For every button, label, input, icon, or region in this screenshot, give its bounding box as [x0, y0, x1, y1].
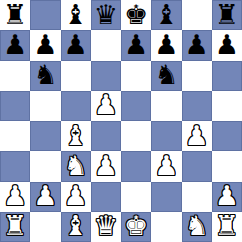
square-h3[interactable]: [212, 151, 242, 181]
square-e4[interactable]: [121, 121, 151, 151]
square-a6[interactable]: [0, 61, 30, 91]
square-f1[interactable]: [151, 212, 181, 242]
square-f4[interactable]: [151, 121, 181, 151]
square-e3[interactable]: [121, 151, 151, 181]
square-a3[interactable]: [0, 151, 30, 181]
square-h6[interactable]: [212, 61, 242, 91]
square-e1[interactable]: ♚: [121, 212, 151, 242]
square-c6[interactable]: [61, 61, 91, 91]
square-f8[interactable]: ♝: [151, 0, 181, 30]
piece-white-pawn-c2[interactable]: ♟: [64, 182, 88, 209]
piece-black-king-e8[interactable]: ♚: [124, 1, 148, 28]
square-g7[interactable]: ♟: [182, 30, 212, 60]
piece-white-pawn-h2[interactable]: ♟: [215, 182, 239, 209]
square-c2[interactable]: ♟: [61, 182, 91, 212]
square-f7[interactable]: ♟: [151, 30, 181, 60]
square-f2[interactable]: [151, 182, 181, 212]
piece-black-pawn-g7[interactable]: ♟: [185, 31, 209, 58]
square-h5[interactable]: [212, 91, 242, 121]
chess-board-window: ♜♝♛♚♝♜♟♟♟♟♟♟♟♞♞♟♝♟♞♟♟♟♟♟♟♜♝♛♚♞♜: [0, 0, 242, 242]
square-h2[interactable]: ♟: [212, 182, 242, 212]
piece-white-rook-h1[interactable]: ♜: [215, 212, 239, 239]
square-d1[interactable]: ♛: [91, 212, 121, 242]
piece-black-pawn-a7[interactable]: ♟: [3, 31, 27, 58]
square-d5[interactable]: ♟: [91, 91, 121, 121]
square-a8[interactable]: ♜: [0, 0, 30, 30]
piece-white-bishop-c1[interactable]: ♝: [64, 212, 88, 239]
square-c4[interactable]: ♝: [61, 121, 91, 151]
piece-black-queen-d8[interactable]: ♛: [94, 1, 118, 28]
square-h1[interactable]: ♜: [212, 212, 242, 242]
square-b4[interactable]: [30, 121, 60, 151]
square-e2[interactable]: [121, 182, 151, 212]
piece-white-pawn-f3[interactable]: ♟: [154, 152, 178, 179]
square-h7[interactable]: ♟: [212, 30, 242, 60]
square-d6[interactable]: [91, 61, 121, 91]
square-c7[interactable]: ♟: [61, 30, 91, 60]
square-g5[interactable]: [182, 91, 212, 121]
square-f3[interactable]: ♟: [151, 151, 181, 181]
square-a4[interactable]: [0, 121, 30, 151]
square-b6[interactable]: ♞: [30, 61, 60, 91]
piece-white-bishop-c4[interactable]: ♝: [64, 122, 88, 149]
square-h8[interactable]: ♜: [212, 0, 242, 30]
square-b2[interactable]: ♟: [30, 182, 60, 212]
square-g3[interactable]: [182, 151, 212, 181]
square-b7[interactable]: ♟: [30, 30, 60, 60]
square-d3[interactable]: ♟: [91, 151, 121, 181]
square-c1[interactable]: ♝: [61, 212, 91, 242]
piece-black-pawn-b7[interactable]: ♟: [33, 31, 57, 58]
square-h4[interactable]: [212, 121, 242, 151]
piece-black-pawn-e7[interactable]: ♟: [124, 31, 148, 58]
square-b1[interactable]: [30, 212, 60, 242]
piece-white-rook-a1[interactable]: ♜: [3, 212, 27, 239]
piece-white-pawn-d3[interactable]: ♟: [94, 152, 118, 179]
piece-black-bishop-f8[interactable]: ♝: [154, 1, 178, 28]
piece-black-bishop-c8[interactable]: ♝: [64, 1, 88, 28]
piece-black-rook-h8[interactable]: ♜: [215, 1, 239, 28]
piece-black-pawn-f7[interactable]: ♟: [154, 31, 178, 58]
piece-black-knight-f6[interactable]: ♞: [154, 61, 178, 88]
piece-white-pawn-d5[interactable]: ♟: [94, 91, 118, 118]
square-g8[interactable]: [182, 0, 212, 30]
square-d2[interactable]: [91, 182, 121, 212]
piece-black-pawn-h7[interactable]: ♟: [215, 31, 239, 58]
chess-board: ♜♝♛♚♝♜♟♟♟♟♟♟♟♞♞♟♝♟♞♟♟♟♟♟♟♜♝♛♚♞♜: [0, 0, 242, 242]
piece-black-pawn-c7[interactable]: ♟: [64, 31, 88, 58]
piece-white-queen-d1[interactable]: ♛: [94, 212, 118, 239]
square-e8[interactable]: ♚: [121, 0, 151, 30]
piece-white-pawn-a2[interactable]: ♟: [3, 182, 27, 209]
square-d7[interactable]: [91, 30, 121, 60]
square-a5[interactable]: [0, 91, 30, 121]
square-c5[interactable]: [61, 91, 91, 121]
square-e7[interactable]: ♟: [121, 30, 151, 60]
square-d8[interactable]: ♛: [91, 0, 121, 30]
square-e5[interactable]: [121, 91, 151, 121]
square-f5[interactable]: [151, 91, 181, 121]
square-g1[interactable]: ♞: [182, 212, 212, 242]
square-b5[interactable]: [30, 91, 60, 121]
square-a7[interactable]: ♟: [0, 30, 30, 60]
square-e6[interactable]: [121, 61, 151, 91]
piece-black-rook-a8[interactable]: ♜: [3, 1, 27, 28]
piece-white-king-e1[interactable]: ♚: [124, 212, 148, 239]
piece-white-pawn-g4[interactable]: ♟: [185, 122, 209, 149]
square-b8[interactable]: [30, 0, 60, 30]
piece-white-knight-c3[interactable]: ♞: [64, 152, 88, 179]
square-a1[interactable]: ♜: [0, 212, 30, 242]
square-g4[interactable]: ♟: [182, 121, 212, 151]
square-g2[interactable]: [182, 182, 212, 212]
piece-white-pawn-b2[interactable]: ♟: [33, 182, 57, 209]
square-b3[interactable]: [30, 151, 60, 181]
square-d4[interactable]: [91, 121, 121, 151]
square-c3[interactable]: ♞: [61, 151, 91, 181]
square-f6[interactable]: ♞: [151, 61, 181, 91]
piece-white-knight-g1[interactable]: ♞: [185, 212, 209, 239]
piece-black-knight-b6[interactable]: ♞: [33, 61, 57, 88]
square-g6[interactable]: [182, 61, 212, 91]
square-a2[interactable]: ♟: [0, 182, 30, 212]
square-c8[interactable]: ♝: [61, 0, 91, 30]
